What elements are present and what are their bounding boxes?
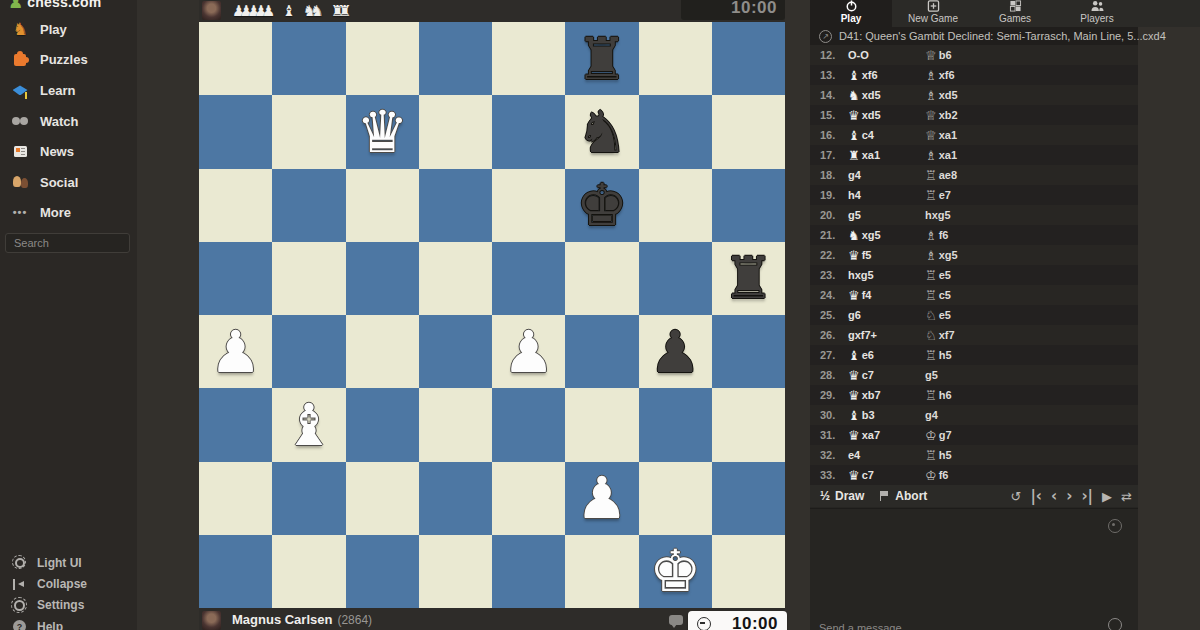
white-move[interactable]: gxf7+ <box>848 329 925 341</box>
white-queen[interactable]: ♛ <box>356 103 408 161</box>
square-g5[interactable] <box>639 242 712 315</box>
black-rook[interactable]: ♜ <box>722 249 774 307</box>
move-row: 20.g5hxg5 <box>810 205 1138 225</box>
move-piece-icon: ♖ <box>925 389 937 402</box>
square-f1[interactable] <box>565 535 638 608</box>
move-piece-icon: ♛ <box>848 389 860 402</box>
square-g4[interactable]: ♟ <box>639 315 712 388</box>
move-row: 31.♛xa7♔g7 <box>810 425 1138 445</box>
move-piece-icon: ♛ <box>848 369 860 382</box>
square-f5[interactable] <box>565 242 638 315</box>
square-c4[interactable] <box>346 315 419 388</box>
move-piece-icon: ♖ <box>925 189 937 202</box>
white-move[interactable]: ♝xf6 <box>848 69 925 82</box>
square-e4[interactable]: ♟ <box>492 315 565 388</box>
emoji-icon[interactable] <box>1108 618 1122 630</box>
chat-area: Send a message <box>810 508 1138 630</box>
move-piece-icon: ♖ <box>925 269 937 282</box>
newspaper-icon <box>11 143 29 161</box>
move-number: 31. <box>820 429 848 441</box>
move-piece-icon: ♝ <box>848 129 860 142</box>
white-move[interactable]: ♞xg5 <box>848 229 925 242</box>
square-a2[interactable] <box>199 462 272 535</box>
square-d6[interactable] <box>419 169 492 242</box>
move-piece-icon: ♗ <box>925 229 937 242</box>
move-number: 27. <box>820 349 848 361</box>
sidebar-item-news[interactable]: News <box>0 136 137 167</box>
square-h2[interactable] <box>712 462 785 535</box>
flag-icon <box>880 491 890 501</box>
black-knight[interactable]: ♞ <box>576 103 628 161</box>
square-g2[interactable] <box>639 462 712 535</box>
square-e6[interactable] <box>492 169 565 242</box>
prev-move-button[interactable]: ‹ <box>1051 490 1057 502</box>
square-g6[interactable] <box>639 169 712 242</box>
player-avatar[interactable] <box>202 611 221 630</box>
white-king[interactable]: ♚ <box>649 542 701 600</box>
sidebar-item-social[interactable]: Social <box>0 167 137 198</box>
white-move[interactable]: ♛xb7 <box>848 389 925 402</box>
square-c5[interactable] <box>346 242 419 315</box>
black-rook[interactable]: ♜ <box>576 30 628 88</box>
chess-board[interactable]: ♜♛♞♚♜♟♟♟♝♟♚ <box>199 22 785 608</box>
opening-row[interactable]: ↗ D41: Queen's Gambit Declined: Semi-Tar… <box>810 27 1138 45</box>
black-move[interactable]: ♗xf6 <box>925 69 955 82</box>
loop-icon[interactable]: ⇄ <box>1121 490 1132 503</box>
move-number: 22. <box>820 249 848 261</box>
move-number: 12. <box>820 49 848 61</box>
move-row: 29.♛xb7♖h6 <box>810 385 1138 405</box>
player-name[interactable]: Magnus Carlsen(2864) <box>232 612 372 627</box>
square-h8[interactable] <box>712 22 785 95</box>
black-king[interactable]: ♚ <box>576 176 628 234</box>
move-number: 21. <box>820 229 848 241</box>
history-icon[interactable]: ↺ <box>1010 490 1021 503</box>
white-move[interactable]: e4 <box>848 449 925 461</box>
opponent-avatar[interactable] <box>202 1 221 20</box>
square-a8[interactable] <box>199 22 272 95</box>
move-number: 20. <box>820 209 848 221</box>
square-d5[interactable] <box>419 242 492 315</box>
chat-input-placeholder[interactable]: Send a message <box>819 622 902 630</box>
square-h5[interactable]: ♜ <box>712 242 785 315</box>
draw-button[interactable]: ½ Draw <box>820 489 864 503</box>
move-number: 23. <box>820 269 848 281</box>
move-piece-icon: ♛ <box>848 429 860 442</box>
board-grid-icon <box>1009 0 1022 12</box>
move-row: 22.♛f5♗xg5 <box>810 245 1138 265</box>
square-c7[interactable]: ♛ <box>346 95 419 168</box>
square-e7[interactable] <box>492 95 565 168</box>
white-pawn[interactable]: ♟ <box>210 323 262 381</box>
black-move[interactable]: ♘xf7 <box>925 329 955 342</box>
clock-icon <box>697 617 711 630</box>
move-number: 15. <box>820 109 848 121</box>
square-f4[interactable] <box>565 315 638 388</box>
square-e2[interactable] <box>492 462 565 535</box>
power-icon <box>845 0 858 12</box>
square-f8[interactable]: ♜ <box>565 22 638 95</box>
square-b1[interactable] <box>272 535 345 608</box>
move-piece-icon: ♖ <box>925 449 937 462</box>
tab-play[interactable]: Play <box>810 0 892 27</box>
black-move[interactable]: hxg5 <box>925 209 951 221</box>
square-f6[interactable]: ♚ <box>565 169 638 242</box>
white-move[interactable]: ♛xa7 <box>848 429 925 442</box>
sidebar-item-puzzles[interactable]: Puzzles <box>0 45 137 76</box>
move-number: 24. <box>820 289 848 301</box>
white-move[interactable]: g5 <box>848 209 925 221</box>
captured-piece-icon: ♝ <box>282 1 295 21</box>
move-piece-icon: ♗ <box>925 249 937 262</box>
app-root: ♟ chess.com ♞ Play Puzzles Learn Watch <box>0 0 1200 630</box>
square-f3[interactable] <box>565 388 638 461</box>
gear-icon <box>12 598 27 613</box>
black-move[interactable]: ♖h5 <box>925 449 952 462</box>
move-piece-icon: ♕ <box>925 109 937 122</box>
square-d7[interactable] <box>419 95 492 168</box>
square-b7[interactable] <box>272 95 345 168</box>
square-f7[interactable]: ♞ <box>565 95 638 168</box>
move-piece-icon: ♛ <box>848 249 860 262</box>
move-row: 33.♛c7♔f6 <box>810 465 1138 485</box>
black-move[interactable]: ♕b6 <box>925 49 952 62</box>
square-c1[interactable] <box>346 535 419 608</box>
white-move[interactable]: ♛c7 <box>848 469 925 482</box>
square-h3[interactable] <box>712 388 785 461</box>
next-move-button[interactable]: › <box>1066 490 1072 502</box>
square-d3[interactable] <box>419 388 492 461</box>
move-number: 30. <box>820 409 848 421</box>
chat-bubble-icon[interactable] <box>669 615 683 625</box>
move-number: 17. <box>820 149 848 161</box>
white-move[interactable]: ♞xd5 <box>848 89 925 102</box>
move-piece-icon: ♕ <box>925 129 937 142</box>
sidebar-item-learn[interactable]: Learn <box>0 75 137 106</box>
move-row: 14.♞xd5♗xd5 <box>810 85 1138 105</box>
tab-new-game[interactable]: New Game <box>892 0 974 27</box>
square-c2[interactable] <box>346 462 419 535</box>
move-piece-icon: ♝ <box>848 349 860 362</box>
black-move[interactable]: g5 <box>925 369 938 381</box>
settings-button[interactable]: Settings <box>0 595 137 616</box>
move-piece-icon: ♗ <box>925 69 937 82</box>
binoculars-icon <box>11 112 29 130</box>
square-h4[interactable] <box>712 315 785 388</box>
square-h1[interactable] <box>712 535 785 608</box>
autoplay-button[interactable]: ▶ <box>1102 490 1112 503</box>
knight-icon: ♞ <box>11 20 29 38</box>
move-row: 18.g4♖ae8 <box>810 165 1138 185</box>
square-b2[interactable] <box>272 462 345 535</box>
move-number: 13. <box>820 69 848 81</box>
square-a5[interactable] <box>199 242 272 315</box>
move-piece-icon: ♖ <box>925 349 937 362</box>
search-placeholder: Search <box>14 237 49 249</box>
move-number: 32. <box>820 449 848 461</box>
black-pawn[interactable]: ♟ <box>649 323 701 381</box>
move-row: 15.♛xd5♕xb2 <box>810 105 1138 125</box>
logo-pawn-icon: ♟ <box>8 0 23 11</box>
white-move[interactable]: ♛f5 <box>848 249 925 262</box>
player-rating: (2864) <box>337 613 372 627</box>
sidebar-item-more[interactable]: ••• More <box>0 198 137 229</box>
black-move[interactable]: ♗f6 <box>925 229 948 242</box>
white-move[interactable]: ♜xa1 <box>848 149 925 162</box>
square-e1[interactable] <box>492 535 565 608</box>
move-piece-icon: ♘ <box>925 329 937 342</box>
square-b5[interactable] <box>272 242 345 315</box>
collapse-icon <box>12 577 27 592</box>
black-move[interactable]: ♘e5 <box>925 309 951 322</box>
square-d8[interactable] <box>419 22 492 95</box>
square-e5[interactable] <box>492 242 565 315</box>
move-row: 30.♝b3g4 <box>810 405 1138 425</box>
logo-text: chess.com <box>27 0 101 10</box>
square-h6[interactable] <box>712 169 785 242</box>
black-move[interactable]: ♕xa1 <box>925 129 957 142</box>
ellipsis-icon: ••• <box>11 204 29 222</box>
square-a7[interactable] <box>199 95 272 168</box>
plus-square-icon <box>927 0 940 12</box>
captured-group: ♜♜ <box>331 1 352 21</box>
black-move[interactable]: g4 <box>925 409 938 421</box>
chat-options-icon[interactable] <box>1108 519 1122 533</box>
white-pawn[interactable]: ♟ <box>503 323 555 381</box>
square-g1[interactable]: ♚ <box>639 535 712 608</box>
white-move[interactable]: ♛xd5 <box>848 109 925 122</box>
square-g3[interactable] <box>639 388 712 461</box>
move-piece-icon: ♛ <box>848 109 860 122</box>
black-move[interactable]: ♗xd5 <box>925 89 958 102</box>
help-button[interactable]: ? Help <box>0 616 137 630</box>
square-b8[interactable] <box>272 22 345 95</box>
black-move[interactable]: ♖ae8 <box>925 169 957 182</box>
move-row: 12.O-O♕b6 <box>810 45 1138 65</box>
move-number: 19. <box>820 189 848 201</box>
move-piece-icon: ♖ <box>925 289 937 302</box>
light-ui-button[interactable]: Light UI <box>0 552 137 573</box>
player-clock: 10:00 <box>688 611 787 630</box>
captured-group: ♞♞ <box>303 1 324 21</box>
black-move[interactable]: ♖c5 <box>925 289 951 302</box>
move-row: 32.e4♖h5 <box>810 445 1138 465</box>
move-row: 26.gxf7+♘xf7 <box>810 325 1138 345</box>
square-e8[interactable] <box>492 22 565 95</box>
black-move[interactable]: ♖h6 <box>925 389 952 402</box>
black-move[interactable]: ♗xa1 <box>925 149 957 162</box>
black-move[interactable]: ♖e5 <box>925 269 951 282</box>
white-move[interactable]: ♛f4 <box>848 289 925 302</box>
black-move[interactable]: ♔f6 <box>925 469 948 482</box>
white-pawn[interactable]: ♟ <box>576 469 628 527</box>
move-row: 25.g6♘e5 <box>810 305 1138 325</box>
move-number: 28. <box>820 369 848 381</box>
collapse-button[interactable]: Collapse <box>0 573 137 594</box>
move-piece-icon: ♘ <box>925 309 937 322</box>
move-row: 16.♝c4♕xa1 <box>810 125 1138 145</box>
game-controls: ½ Draw Abort ↺ |‹ ‹ › ›| ▶ ⇄ <box>810 485 1138 507</box>
white-move[interactable]: g4 <box>848 169 925 181</box>
square-b6[interactable] <box>272 169 345 242</box>
sidebar-item-watch[interactable]: Watch <box>0 106 137 137</box>
sidebar-nav: ♞ Play Puzzles Learn Watch News Socia <box>0 14 137 228</box>
move-number: 16. <box>820 129 848 141</box>
move-row: 27.♝e6♖h5 <box>810 345 1138 365</box>
black-move[interactable]: ♕xb2 <box>925 109 958 122</box>
sidebar-footer: Light UI Collapse Settings ? Help <box>0 552 137 630</box>
move-row: 19.h4♖e7 <box>810 185 1138 205</box>
captured-group: ♟♟♟♟♟ <box>232 1 275 21</box>
graduation-cap-icon <box>11 81 29 99</box>
opponent-clock: 10:00 <box>681 0 785 20</box>
square-d4[interactable] <box>419 315 492 388</box>
square-e3[interactable] <box>492 388 565 461</box>
sun-icon <box>12 555 27 570</box>
move-number: 29. <box>820 389 848 401</box>
white-move[interactable]: h4 <box>848 189 925 201</box>
white-move[interactable]: hxg5 <box>848 269 925 281</box>
white-move[interactable]: ♛c7 <box>848 369 925 382</box>
square-b3[interactable]: ♝ <box>272 388 345 461</box>
opponent-captured-pieces: ♟♟♟♟♟♝♞♞♜♜ <box>232 1 352 21</box>
captured-piece-icon: ♟ <box>262 1 275 21</box>
move-piece-icon: ♖ <box>925 169 937 182</box>
tab-games[interactable]: Games <box>974 0 1056 27</box>
move-piece-icon: ♞ <box>848 229 860 242</box>
help-icon: ? <box>12 619 27 630</box>
square-a4[interactable]: ♟ <box>199 315 272 388</box>
captured-group: ♝ <box>282 1 295 21</box>
move-row: 24.♛f4♖c5 <box>810 285 1138 305</box>
square-h7[interactable] <box>712 95 785 168</box>
sidebar: ♟ chess.com ♞ Play Puzzles Learn Watch <box>0 0 137 630</box>
opening-explorer-icon: ↗ <box>819 30 832 43</box>
black-move[interactable]: ♔g7 <box>925 429 952 442</box>
move-number: 18. <box>820 169 848 181</box>
square-c8[interactable] <box>346 22 419 95</box>
people-icon <box>11 173 29 191</box>
black-move[interactable]: ♖e7 <box>925 189 951 202</box>
move-piece-icon: ♗ <box>925 149 937 162</box>
move-row: 23.hxg5♖e5 <box>810 265 1138 285</box>
chesscom-logo[interactable]: ♟ chess.com <box>8 0 101 13</box>
move-row: 28.♛c7g5 <box>810 365 1138 385</box>
square-b4[interactable] <box>272 315 345 388</box>
white-move[interactable]: ♝c4 <box>848 129 925 142</box>
player-bar: Magnus Carlsen(2864) ♟♟♟♟♟♟♟♞♝♝♛ 10:00 <box>199 608 785 630</box>
square-a1[interactable] <box>199 535 272 608</box>
move-piece-icon: ♜ <box>848 149 860 162</box>
move-piece-icon: ♞ <box>848 89 860 102</box>
black-move[interactable]: ♗xg5 <box>925 249 958 262</box>
players-icon <box>1090 0 1105 12</box>
white-move[interactable]: g6 <box>848 309 925 321</box>
square-g7[interactable] <box>639 95 712 168</box>
square-a6[interactable] <box>199 169 272 242</box>
square-d2[interactable] <box>419 462 492 535</box>
tab-players[interactable]: Players <box>1056 0 1138 27</box>
move-piece-icon: ♗ <box>925 89 937 102</box>
square-c3[interactable] <box>346 388 419 461</box>
opponent-bar: ♟♟♟♟♟♝♞♞♜♜ 10:00 <box>199 0 785 22</box>
white-move[interactable]: ♝e6 <box>848 349 925 362</box>
move-piece-icon: ♝ <box>848 69 860 82</box>
abort-button[interactable]: Abort <box>880 489 927 503</box>
move-piece-icon: ♕ <box>925 49 937 62</box>
move-row: 13.♝xf6♗xf6 <box>810 65 1138 85</box>
square-f2[interactable]: ♟ <box>565 462 638 535</box>
white-move[interactable]: O-O <box>848 49 925 61</box>
opening-name: D41: Queen's Gambit Declined: Semi-Tarra… <box>839 30 1166 42</box>
white-bishop[interactable]: ♝ <box>283 396 335 454</box>
move-piece-icon: ♝ <box>848 409 860 422</box>
captured-piece-icon: ♜ <box>338 1 351 21</box>
move-number: 33. <box>820 469 848 481</box>
square-g8[interactable] <box>639 22 712 95</box>
move-piece-icon: ♛ <box>848 289 860 302</box>
square-c6[interactable] <box>346 169 419 242</box>
right-tabbar: Play New Game Games Players <box>810 0 1200 27</box>
black-move[interactable]: ♖h5 <box>925 349 952 362</box>
move-number: 26. <box>820 329 848 341</box>
game-panel: ↗ D41: Queen's Gambit Declined: Semi-Tar… <box>810 27 1138 630</box>
captured-piece-icon: ♞ <box>310 1 323 21</box>
move-piece-icon: ♔ <box>925 469 937 482</box>
square-d1[interactable] <box>419 535 492 608</box>
white-move[interactable]: ♝b3 <box>848 409 925 422</box>
puzzle-icon <box>11 51 29 69</box>
square-a3[interactable] <box>199 388 272 461</box>
last-move-button[interactable]: ›| <box>1081 490 1093 502</box>
move-list[interactable]: 12.O-O♕b613.♝xf6♗xf614.♞xd5♗xd515.♛xd5♕x… <box>810 45 1138 485</box>
move-number: 14. <box>820 89 848 101</box>
move-row: 21.♞xg5♗f6 <box>810 225 1138 245</box>
move-nav: ↺ |‹ ‹ › ›| ▶ ⇄ <box>1010 485 1132 507</box>
sidebar-item-play[interactable]: ♞ Play <box>0 14 137 45</box>
search-input[interactable]: Search <box>5 233 130 253</box>
first-move-button[interactable]: |‹ <box>1030 490 1042 502</box>
move-piece-icon: ♔ <box>925 429 937 442</box>
move-row: 17.♜xa1♗xa1 <box>810 145 1138 165</box>
move-number: 25. <box>820 309 848 321</box>
move-piece-icon: ♛ <box>848 469 860 482</box>
